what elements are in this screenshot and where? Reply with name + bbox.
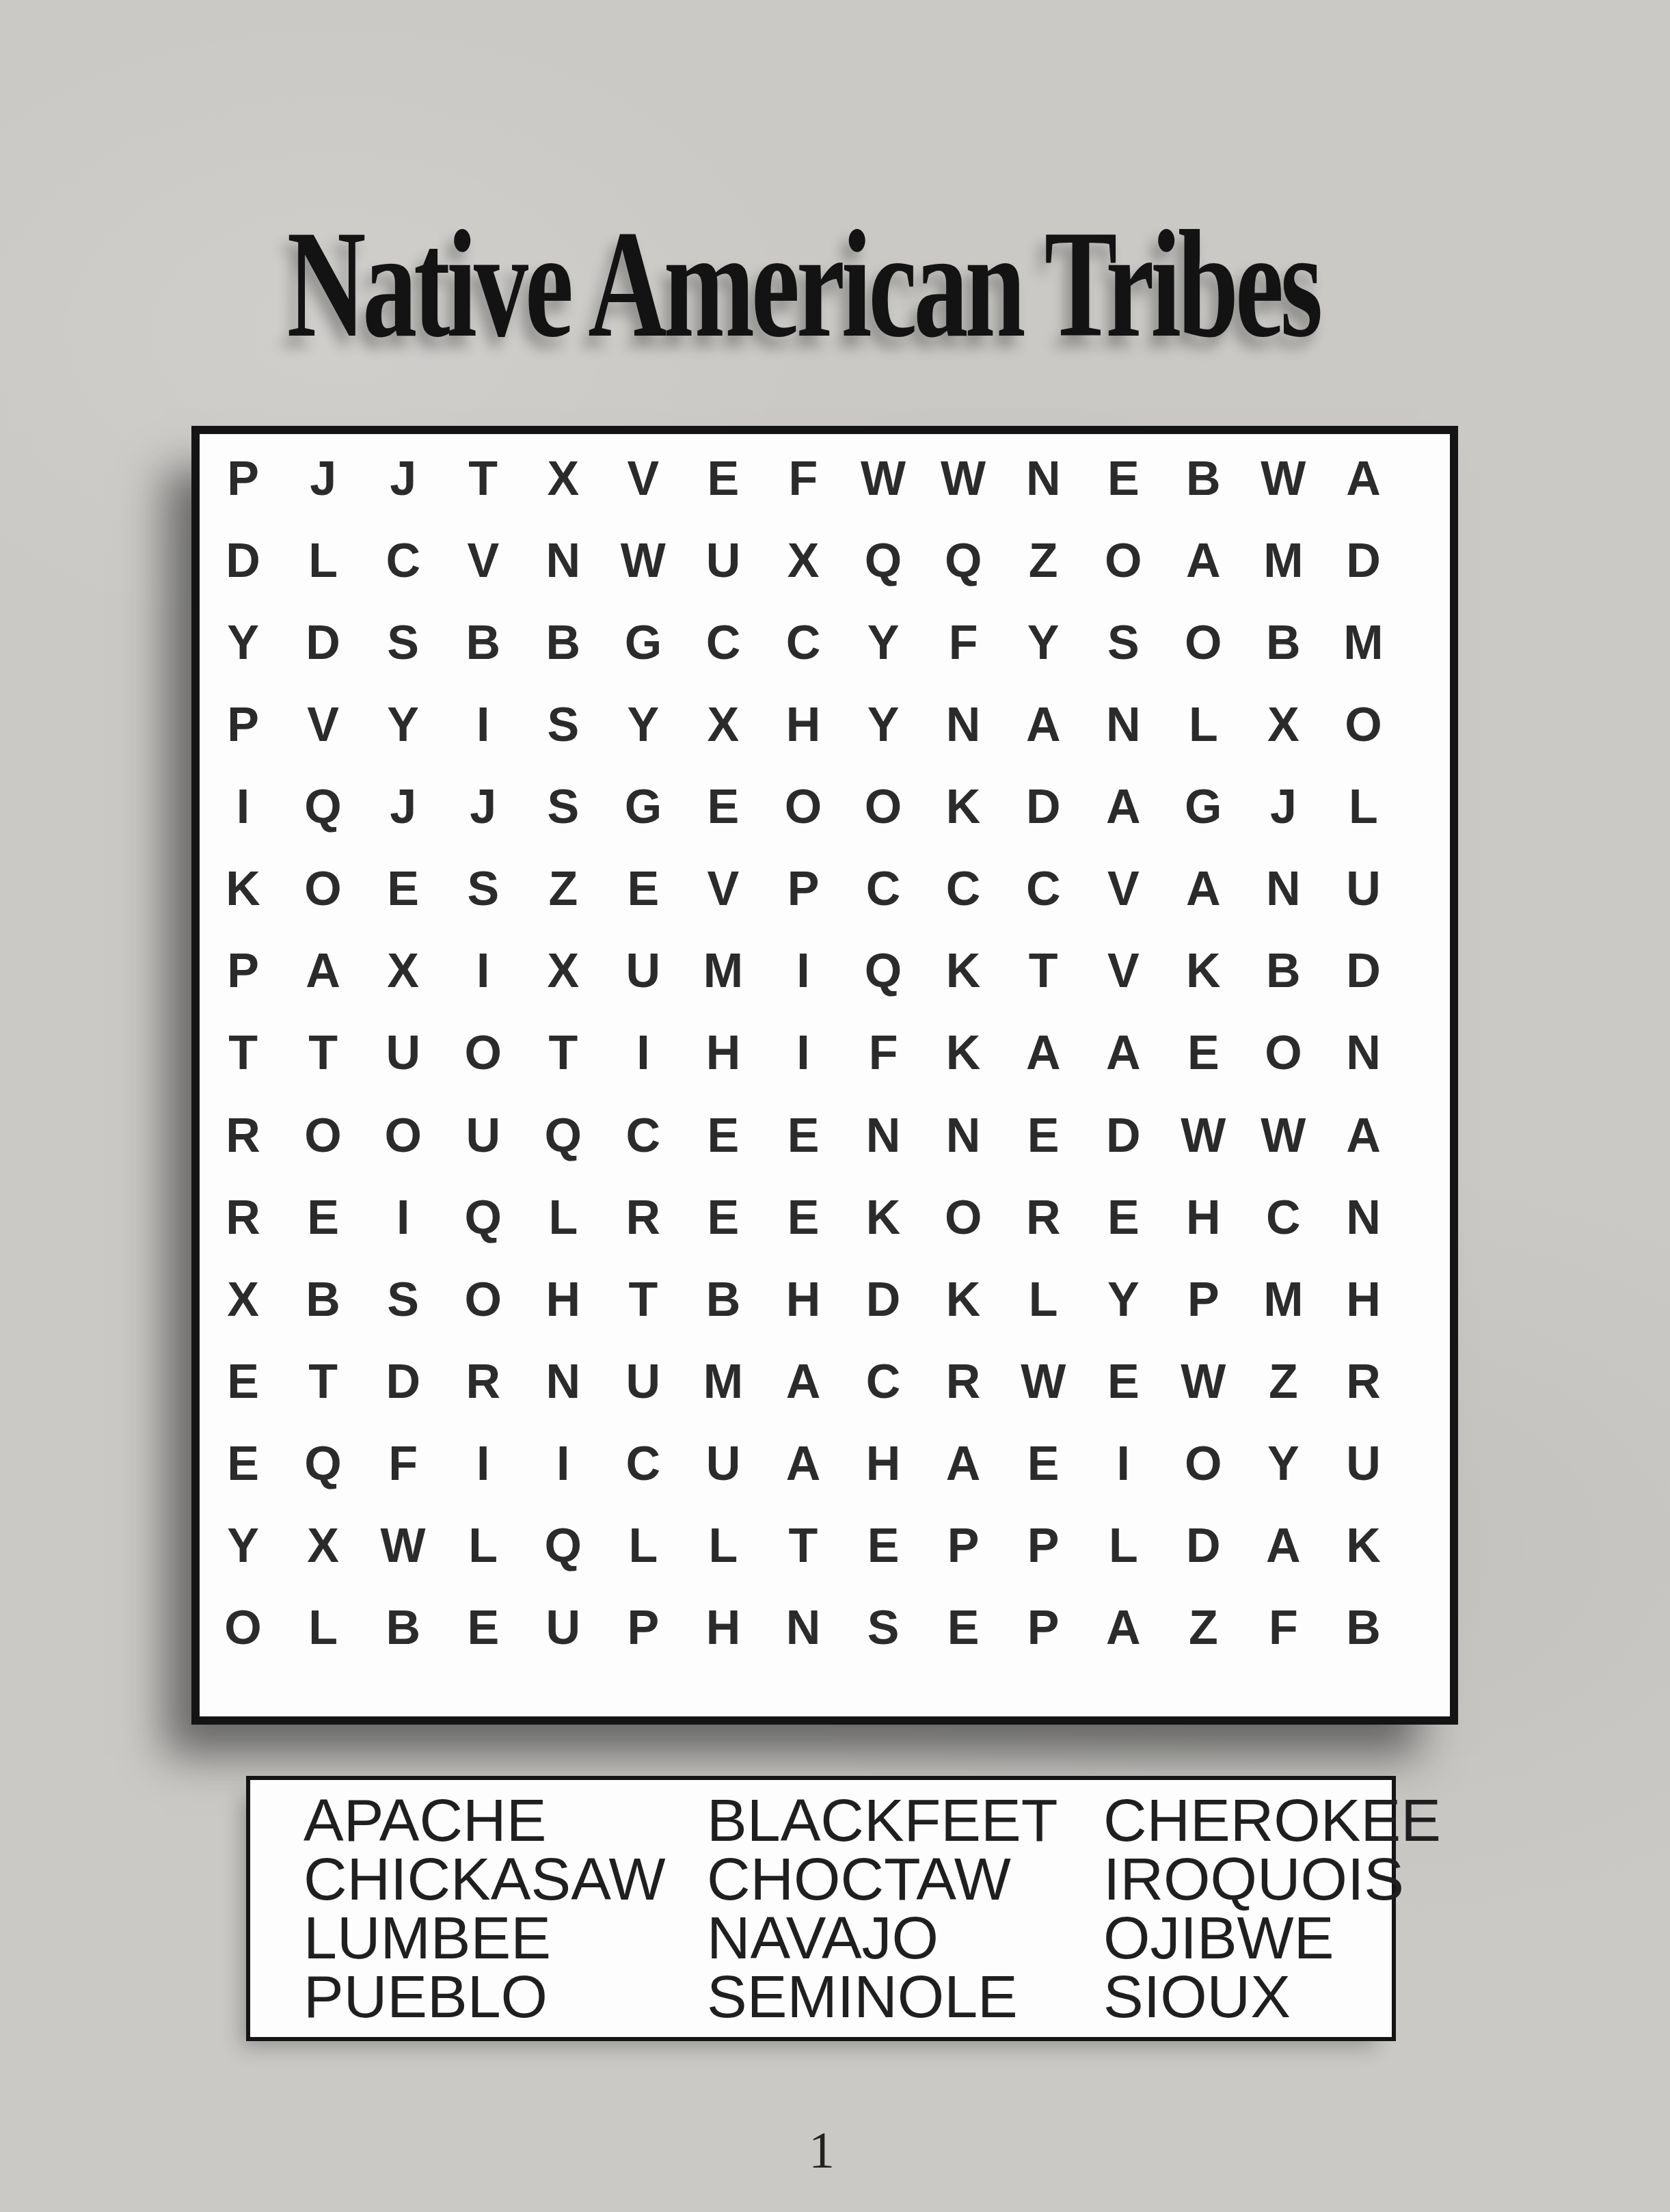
- grid-cell[interactable]: Z: [1163, 1587, 1243, 1669]
- grid-cell[interactable]: A: [1083, 1587, 1163, 1669]
- grid-cell[interactable]: Q: [844, 520, 924, 602]
- grid-cell[interactable]: U: [683, 1422, 763, 1505]
- grid-cell[interactable]: U: [1323, 848, 1403, 930]
- grid-cell[interactable]: G: [603, 766, 683, 848]
- word-item: SEMINOLE: [707, 1967, 1103, 2026]
- grid-cell[interactable]: P: [203, 684, 283, 766]
- grid-cell[interactable]: E: [203, 1340, 283, 1422]
- grid-cell[interactable]: E: [363, 848, 443, 930]
- grid-cell[interactable]: O: [1243, 1012, 1323, 1094]
- grid-cell[interactable]: S: [363, 602, 443, 684]
- grid-cell[interactable]: S: [1083, 602, 1163, 684]
- grid-cell[interactable]: G: [1163, 766, 1243, 848]
- grid-cell[interactable]: O: [1163, 602, 1243, 684]
- grid-cell[interactable]: J: [363, 766, 443, 848]
- grid-cell[interactable]: I: [443, 930, 523, 1012]
- grid-cell[interactable]: A: [763, 1422, 843, 1505]
- grid-cell[interactable]: G: [603, 602, 683, 684]
- grid-cell[interactable]: E: [844, 1505, 924, 1587]
- grid-cell[interactable]: B: [523, 602, 603, 684]
- grid-cell[interactable]: B: [1243, 930, 1323, 1012]
- grid-cell[interactable]: W: [1243, 437, 1323, 520]
- grid-cell[interactable]: K: [924, 1012, 1004, 1094]
- grid-cell[interactable]: D: [1163, 1505, 1243, 1587]
- word-item: APACHE: [304, 1791, 707, 1850]
- grid-cell[interactable]: K: [203, 848, 283, 930]
- grid-cell[interactable]: O: [283, 848, 363, 930]
- grid-cell[interactable]: J: [1243, 766, 1323, 848]
- grid-cell[interactable]: H: [763, 1258, 843, 1340]
- grid-cell[interactable]: I: [523, 1422, 603, 1505]
- grid-cell[interactable]: J: [363, 437, 443, 520]
- grid-cell[interactable]: S: [844, 1587, 924, 1669]
- grid-cell[interactable]: D: [1004, 766, 1083, 848]
- grid-cell[interactable]: A: [1163, 520, 1243, 602]
- grid-cell[interactable]: W: [603, 520, 683, 602]
- grid-cell[interactable]: E: [683, 437, 763, 520]
- grid-cell[interactable]: A: [1004, 684, 1083, 766]
- grid-cell[interactable]: I: [203, 766, 283, 848]
- grid-cell[interactable]: O: [844, 766, 924, 848]
- grid-cell[interactable]: V: [1083, 848, 1163, 930]
- grid-cell[interactable]: M: [1323, 602, 1403, 684]
- grid-cell[interactable]: P: [1004, 1587, 1083, 1669]
- word-item: OJIBWE: [1103, 1908, 1441, 1967]
- grid-cell[interactable]: W: [1243, 1094, 1323, 1176]
- grid-cell[interactable]: V: [1083, 930, 1163, 1012]
- grid-cell[interactable]: Y: [844, 684, 924, 766]
- grid-cell[interactable]: Y: [603, 684, 683, 766]
- grid-cell[interactable]: C: [844, 1340, 924, 1422]
- grid-cell[interactable]: Q: [443, 1176, 523, 1258]
- grid-cell[interactable]: H: [1163, 1176, 1243, 1258]
- grid-cell[interactable]: X: [283, 1505, 363, 1587]
- grid-cell[interactable]: C: [1004, 848, 1083, 930]
- grid-cell[interactable]: X: [363, 930, 443, 1012]
- grid-cell[interactable]: L: [1004, 1258, 1083, 1340]
- grid-cell[interactable]: O: [924, 1176, 1004, 1258]
- grid-cell[interactable]: L: [523, 1176, 603, 1258]
- word-item: IROQUOIS: [1103, 1850, 1441, 1908]
- grid-cell[interactable]: O: [363, 1094, 443, 1176]
- grid-cell[interactable]: X: [523, 930, 603, 1012]
- grid-cell[interactable]: O: [1163, 1422, 1243, 1505]
- grid-cell[interactable]: W: [924, 437, 1004, 520]
- grid-cell[interactable]: E: [1083, 1340, 1163, 1422]
- grid-cell[interactable]: Y: [1004, 602, 1083, 684]
- grid-cell[interactable]: K: [1323, 1505, 1403, 1587]
- grid-cell[interactable]: H: [683, 1012, 763, 1094]
- word-item: NAVAJO: [707, 1908, 1103, 1967]
- grid-cell[interactable]: Y: [203, 602, 283, 684]
- grid-cell[interactable]: H: [683, 1587, 763, 1669]
- grid-cell[interactable]: N: [523, 520, 603, 602]
- grid-cell[interactable]: B: [1323, 1587, 1403, 1669]
- grid-cell[interactable]: K: [1163, 930, 1243, 1012]
- grid-cell[interactable]: A: [1243, 1505, 1323, 1587]
- grid-cell[interactable]: L: [683, 1505, 763, 1587]
- grid-cell[interactable]: E: [924, 1587, 1004, 1669]
- grid-cell[interactable]: E: [683, 1094, 763, 1176]
- grid-cell[interactable]: I: [443, 1422, 523, 1505]
- grid-cell[interactable]: L: [603, 1505, 683, 1587]
- grid-cell[interactable]: N: [763, 1587, 843, 1669]
- grid-cell[interactable]: U: [443, 1094, 523, 1176]
- grid-cell[interactable]: X: [763, 520, 843, 602]
- grid-cell[interactable]: E: [1004, 1094, 1083, 1176]
- grid-cell[interactable]: U: [603, 1340, 683, 1422]
- grid-cell[interactable]: E: [683, 766, 763, 848]
- grid-cell[interactable]: W: [1163, 1094, 1243, 1176]
- grid-cell[interactable]: B: [1163, 437, 1243, 520]
- grid-cell[interactable]: Q: [924, 520, 1004, 602]
- grid-cell[interactable]: E: [1163, 1012, 1243, 1094]
- word-item: LUMBEE: [304, 1908, 707, 1967]
- grid-cell[interactable]: D: [1083, 1094, 1163, 1176]
- grid-cell[interactable]: O: [1323, 684, 1403, 766]
- grid-cell[interactable]: Y: [1243, 1422, 1323, 1505]
- grid-cell[interactable]: R: [1004, 1176, 1083, 1258]
- word-item: PUEBLO: [304, 1967, 707, 2026]
- grid-cell[interactable]: N: [1243, 848, 1323, 930]
- grid-cell[interactable]: B: [683, 1258, 763, 1340]
- grid-cell[interactable]: O: [763, 766, 843, 848]
- grid-cell[interactable]: Y: [844, 602, 924, 684]
- grid-cell[interactable]: S: [363, 1258, 443, 1340]
- grid-cell[interactable]: K: [924, 1258, 1004, 1340]
- grid-cell[interactable]: E: [763, 1094, 843, 1176]
- grid-cell[interactable]: L: [1163, 684, 1243, 766]
- grid-cell[interactable]: T: [283, 1012, 363, 1094]
- grid-cell[interactable]: B: [1243, 602, 1323, 684]
- grid-cell[interactable]: D: [363, 1340, 443, 1422]
- word-item: CHOCTAW: [707, 1850, 1103, 1908]
- grid-cell[interactable]: V: [603, 437, 683, 520]
- grid-cell[interactable]: U: [683, 520, 763, 602]
- grid-cell[interactable]: Y: [1083, 1258, 1163, 1340]
- grid-cell[interactable]: E: [443, 1587, 523, 1669]
- grid-cell[interactable]: L: [1083, 1505, 1163, 1587]
- grid-cell[interactable]: A: [1083, 766, 1163, 848]
- grid-cell[interactable]: F: [363, 1422, 443, 1505]
- grid-cell[interactable]: P: [763, 848, 843, 930]
- grid-cell[interactable]: A: [763, 1340, 843, 1422]
- grid-cell[interactable]: F: [844, 1012, 924, 1094]
- grid-cell[interactable]: R: [603, 1176, 683, 1258]
- word-list-column: CHEROKEEIROQUOISOJIBWESIOUX: [1103, 1791, 1441, 2026]
- grid-cell[interactable]: N: [1323, 1176, 1403, 1258]
- grid-cell[interactable]: M: [683, 1340, 763, 1422]
- grid-cell[interactable]: Q: [523, 1094, 603, 1176]
- grid-cell[interactable]: E: [603, 848, 683, 930]
- grid-cell[interactable]: B: [283, 1258, 363, 1340]
- page-number: 1: [0, 2120, 1643, 2180]
- grid-cell[interactable]: K: [844, 1176, 924, 1258]
- grid-cell[interactable]: D: [844, 1258, 924, 1340]
- grid-cell[interactable]: T: [763, 1505, 843, 1587]
- grid-cell[interactable]: Q: [283, 766, 363, 848]
- grid-cell[interactable]: X: [203, 1258, 283, 1340]
- grid-cell[interactable]: X: [523, 437, 603, 520]
- grid-cell[interactable]: C: [603, 1094, 683, 1176]
- grid-cell[interactable]: M: [1243, 520, 1323, 602]
- grid-cell[interactable]: R: [203, 1094, 283, 1176]
- grid-cell[interactable]: Q: [844, 930, 924, 1012]
- grid-cell[interactable]: L: [283, 1587, 363, 1669]
- grid-cell[interactable]: O: [443, 1258, 523, 1340]
- grid-cell[interactable]: K: [924, 930, 1004, 1012]
- grid-cell[interactable]: R: [1323, 1340, 1403, 1422]
- grid-cell[interactable]: D: [203, 520, 283, 602]
- grid-cell[interactable]: N: [844, 1094, 924, 1176]
- grid-cell[interactable]: L: [1323, 766, 1403, 848]
- grid-cell[interactable]: C: [683, 602, 763, 684]
- grid-cell[interactable]: Z: [1004, 520, 1083, 602]
- grid-cell[interactable]: H: [844, 1422, 924, 1505]
- page-title: Native American Tribes: [0, 188, 1606, 379]
- grid-cell[interactable]: E: [283, 1176, 363, 1258]
- grid-cell[interactable]: T: [443, 437, 523, 520]
- word-list-box: APACHECHICKASAWLUMBEEPUEBLOBLACKFEETCHOC…: [246, 1776, 1396, 2041]
- grid-cell[interactable]: E: [683, 1176, 763, 1258]
- grid-cell[interactable]: A: [283, 930, 363, 1012]
- grid-cell[interactable]: W: [1163, 1340, 1243, 1422]
- grid-cell[interactable]: A: [1323, 437, 1403, 520]
- grid-cell[interactable]: I: [363, 1176, 443, 1258]
- grid-cell[interactable]: Y: [363, 684, 443, 766]
- grid-cell[interactable]: U: [603, 930, 683, 1012]
- grid-cell[interactable]: Z: [523, 848, 603, 930]
- grid-cell[interactable]: P: [1004, 1505, 1083, 1587]
- grid-cell[interactable]: O: [1083, 520, 1163, 602]
- grid-cell[interactable]: K: [924, 766, 1004, 848]
- grid-cell[interactable]: A: [924, 1422, 1004, 1505]
- grid-cell[interactable]: U: [523, 1587, 603, 1669]
- grid-cell[interactable]: A: [1163, 848, 1243, 930]
- grid-cell[interactable]: B: [363, 1587, 443, 1669]
- grid-cell[interactable]: T: [1004, 930, 1083, 1012]
- grid-cell[interactable]: A: [1083, 1012, 1163, 1094]
- grid-cell[interactable]: N: [523, 1340, 603, 1422]
- grid-cell[interactable]: Z: [1243, 1340, 1323, 1422]
- grid-cell[interactable]: L: [443, 1505, 523, 1587]
- grid-cell[interactable]: E: [203, 1422, 283, 1505]
- grid-cell[interactable]: H: [523, 1258, 603, 1340]
- grid-cell[interactable]: C: [763, 602, 843, 684]
- grid-cell[interactable]: E: [1083, 1176, 1163, 1258]
- grid-cell[interactable]: R: [924, 1340, 1004, 1422]
- grid-cell[interactable]: N: [1323, 1012, 1403, 1094]
- grid-cell[interactable]: E: [763, 1176, 843, 1258]
- grid-cell[interactable]: V: [683, 848, 763, 930]
- grid-cell[interactable]: B: [443, 602, 523, 684]
- grid-cell[interactable]: U: [1323, 1422, 1403, 1505]
- grid-cell[interactable]: R: [203, 1176, 283, 1258]
- word-list-column: BLACKFEETCHOCTAWNAVAJOSEMINOLE: [707, 1791, 1103, 2026]
- grid-cell[interactable]: S: [523, 766, 603, 848]
- grid-cell[interactable]: P: [1163, 1258, 1243, 1340]
- grid-cell[interactable]: M: [1243, 1258, 1323, 1340]
- grid-cell[interactable]: F: [924, 602, 1004, 684]
- grid-cell[interactable]: O: [443, 1012, 523, 1094]
- grid-cell[interactable]: D: [283, 602, 363, 684]
- grid-cell[interactable]: H: [763, 684, 843, 766]
- grid-cell[interactable]: N: [924, 1094, 1004, 1176]
- grid-cell[interactable]: Q: [283, 1422, 363, 1505]
- grid-cell[interactable]: C: [924, 848, 1004, 930]
- grid-cell[interactable]: S: [443, 848, 523, 930]
- grid-cell[interactable]: X: [683, 684, 763, 766]
- grid-cell[interactable]: I: [763, 1012, 843, 1094]
- grid-cell[interactable]: Y: [203, 1505, 283, 1587]
- word-list-column: APACHECHICKASAWLUMBEEPUEBLO: [304, 1791, 707, 2026]
- grid-cell[interactable]: M: [683, 930, 763, 1012]
- word-item: CHEROKEE: [1103, 1791, 1441, 1850]
- grid-cell[interactable]: R: [443, 1340, 523, 1422]
- grid-cell[interactable]: W: [1004, 1340, 1083, 1422]
- grid-cell[interactable]: J: [283, 437, 363, 520]
- grid-cell[interactable]: T: [283, 1340, 363, 1422]
- grid-cell[interactable]: C: [844, 848, 924, 930]
- grid-cell[interactable]: X: [1243, 684, 1323, 766]
- grid-cell[interactable]: N: [924, 684, 1004, 766]
- grid-cell[interactable]: A: [1323, 1094, 1403, 1176]
- grid-cell[interactable]: W: [363, 1505, 443, 1587]
- grid-cell[interactable]: C: [363, 520, 443, 602]
- word-search-grid-box: PJJTXVEFWWNEBWADLCVNWUXQQZOAMDYDSBBGCCYF…: [191, 426, 1458, 1725]
- grid-cell[interactable]: C: [603, 1422, 683, 1505]
- grid-cell[interactable]: N: [1004, 437, 1083, 520]
- word-item: SIOUX: [1103, 1967, 1441, 2026]
- grid-cell[interactable]: O: [283, 1094, 363, 1176]
- grid-cell[interactable]: V: [283, 684, 363, 766]
- word-list-columns: APACHECHICKASAWLUMBEEPUEBLOBLACKFEETCHOC…: [250, 1780, 1392, 2026]
- grid-cell[interactable]: P: [203, 437, 283, 520]
- grid-cell[interactable]: P: [203, 930, 283, 1012]
- grid-cell[interactable]: H: [1323, 1258, 1403, 1340]
- grid-cell[interactable]: I: [763, 930, 843, 1012]
- grid-cell[interactable]: E: [1083, 437, 1163, 520]
- grid-cell[interactable]: V: [443, 520, 523, 602]
- grid-cell[interactable]: I: [603, 1012, 683, 1094]
- grid-cell[interactable]: I: [1083, 1422, 1163, 1505]
- grid-cell[interactable]: W: [844, 437, 924, 520]
- grid-cell[interactable]: E: [1004, 1422, 1083, 1505]
- grid-cell[interactable]: T: [603, 1258, 683, 1340]
- grid-cell[interactable]: C: [1243, 1176, 1323, 1258]
- grid-cell[interactable]: D: [1323, 930, 1403, 1012]
- word-item: BLACKFEET: [707, 1791, 1103, 1850]
- grid-cell[interactable]: P: [603, 1587, 683, 1669]
- grid-cell[interactable]: D: [1323, 520, 1403, 602]
- grid-cell[interactable]: S: [523, 684, 603, 766]
- grid-cell[interactable]: Q: [523, 1505, 603, 1587]
- grid-cell[interactable]: N: [1083, 684, 1163, 766]
- grid-cell[interactable]: U: [363, 1012, 443, 1094]
- grid-cell[interactable]: F: [763, 437, 843, 520]
- grid-cell[interactable]: F: [1243, 1587, 1323, 1669]
- grid-cell[interactable]: O: [203, 1587, 283, 1669]
- grid-cell[interactable]: L: [283, 520, 363, 602]
- grid-cell[interactable]: A: [1004, 1012, 1083, 1094]
- grid-cell[interactable]: T: [523, 1012, 603, 1094]
- grid-cell[interactable]: J: [443, 766, 523, 848]
- grid-cell[interactable]: I: [443, 684, 523, 766]
- grid-cell[interactable]: P: [924, 1505, 1004, 1587]
- grid-cell[interactable]: T: [203, 1012, 283, 1094]
- word-item: CHICKASAW: [304, 1850, 707, 1908]
- word-search-grid: PJJTXVEFWWNEBWADLCVNWUXQQZOAMDYDSBBGCCYF…: [200, 434, 1450, 1716]
